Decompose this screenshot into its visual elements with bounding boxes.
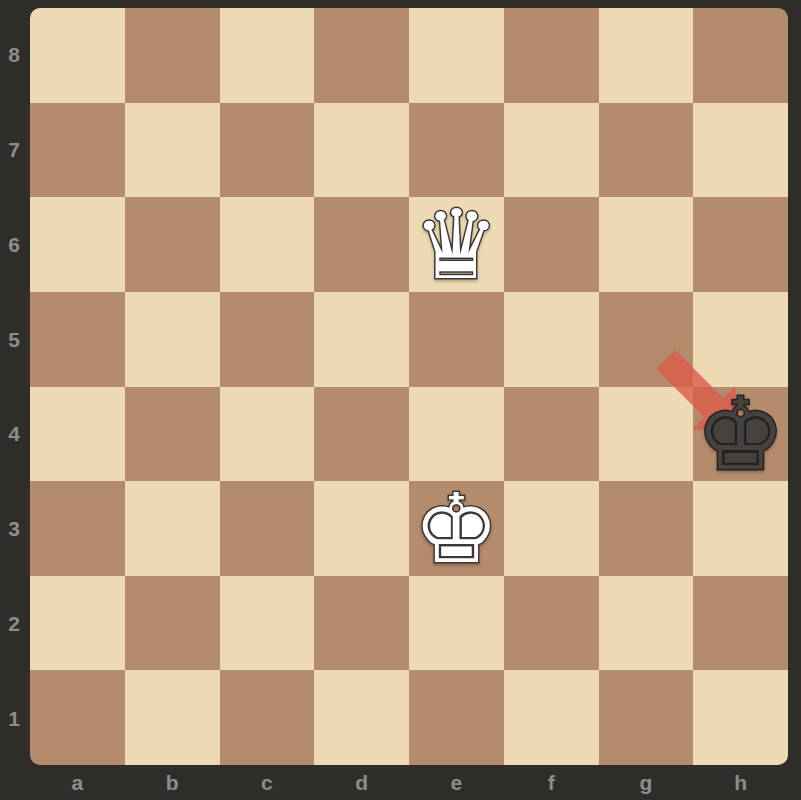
- square-h5[interactable]: [693, 292, 788, 387]
- square-c8[interactable]: [220, 8, 315, 103]
- square-b3[interactable]: [125, 481, 220, 576]
- square-a8[interactable]: [30, 8, 125, 103]
- square-f2[interactable]: [504, 576, 599, 671]
- file-label-c: c: [261, 771, 273, 795]
- square-b6[interactable]: [125, 197, 220, 292]
- rank-label-4: 4: [0, 422, 28, 446]
- square-d1[interactable]: [314, 670, 409, 765]
- square-e8[interactable]: [409, 8, 504, 103]
- file-label-h: h: [734, 771, 747, 795]
- square-g1[interactable]: [599, 670, 694, 765]
- file-label-g: g: [639, 771, 652, 795]
- square-g8[interactable]: [599, 8, 694, 103]
- square-a3[interactable]: [30, 481, 125, 576]
- square-b1[interactable]: [125, 670, 220, 765]
- square-h6[interactable]: [693, 197, 788, 292]
- square-g7[interactable]: [599, 103, 694, 198]
- rank-labels: 87654321: [0, 8, 30, 765]
- square-b4[interactable]: [125, 387, 220, 482]
- square-h3[interactable]: [693, 481, 788, 576]
- rank-label-2: 2: [0, 612, 28, 636]
- file-labels: abcdefgh: [30, 765, 788, 800]
- square-c1[interactable]: [220, 670, 315, 765]
- square-f7[interactable]: [504, 103, 599, 198]
- rank-label-3: 3: [0, 517, 28, 541]
- square-c7[interactable]: [220, 103, 315, 198]
- rank-label-6: 6: [0, 233, 28, 257]
- chess-app-stage: 87654321 ♛♚♚ abcdefgh: [0, 0, 801, 800]
- square-e5[interactable]: [409, 292, 504, 387]
- file-label-d: d: [355, 771, 368, 795]
- square-c6[interactable]: [220, 197, 315, 292]
- square-d4[interactable]: [314, 387, 409, 482]
- square-f6[interactable]: [504, 197, 599, 292]
- square-b2[interactable]: [125, 576, 220, 671]
- rank-label-1: 1: [0, 707, 28, 731]
- square-e2[interactable]: [409, 576, 504, 671]
- square-c3[interactable]: [220, 481, 315, 576]
- square-f3[interactable]: [504, 481, 599, 576]
- square-h1[interactable]: [693, 670, 788, 765]
- square-f5[interactable]: [504, 292, 599, 387]
- square-h2[interactable]: [693, 576, 788, 671]
- square-g2[interactable]: [599, 576, 694, 671]
- square-d2[interactable]: [314, 576, 409, 671]
- square-c4[interactable]: [220, 387, 315, 482]
- rank-label-5: 5: [0, 328, 28, 352]
- square-b5[interactable]: [125, 292, 220, 387]
- square-c5[interactable]: [220, 292, 315, 387]
- square-g5[interactable]: [599, 292, 694, 387]
- square-h8[interactable]: [693, 8, 788, 103]
- file-label-b: b: [166, 771, 179, 795]
- square-b7[interactable]: [125, 103, 220, 198]
- file-label-a: a: [72, 771, 84, 795]
- square-e6[interactable]: [409, 197, 504, 292]
- square-c2[interactable]: [220, 576, 315, 671]
- square-d3[interactable]: [314, 481, 409, 576]
- square-a5[interactable]: [30, 292, 125, 387]
- square-a2[interactable]: [30, 576, 125, 671]
- rank-label-7: 7: [0, 138, 28, 162]
- square-d7[interactable]: [314, 103, 409, 198]
- square-d6[interactable]: [314, 197, 409, 292]
- square-e4[interactable]: [409, 387, 504, 482]
- rank-label-8: 8: [0, 43, 28, 67]
- square-h7[interactable]: [693, 103, 788, 198]
- square-g3[interactable]: [599, 481, 694, 576]
- square-g6[interactable]: [599, 197, 694, 292]
- square-e3[interactable]: [409, 481, 504, 576]
- square-a4[interactable]: [30, 387, 125, 482]
- square-f8[interactable]: [504, 8, 599, 103]
- file-label-e: e: [451, 771, 463, 795]
- square-a6[interactable]: [30, 197, 125, 292]
- square-e7[interactable]: [409, 103, 504, 198]
- file-label-f: f: [548, 771, 555, 795]
- square-f1[interactable]: [504, 670, 599, 765]
- square-e1[interactable]: [409, 670, 504, 765]
- square-d5[interactable]: [314, 292, 409, 387]
- square-b8[interactable]: [125, 8, 220, 103]
- square-d8[interactable]: [314, 8, 409, 103]
- chess-board[interactable]: [30, 8, 788, 765]
- square-a7[interactable]: [30, 103, 125, 198]
- square-a1[interactable]: [30, 670, 125, 765]
- square-h4[interactable]: [693, 387, 788, 482]
- square-g4[interactable]: [599, 387, 694, 482]
- square-f4[interactable]: [504, 387, 599, 482]
